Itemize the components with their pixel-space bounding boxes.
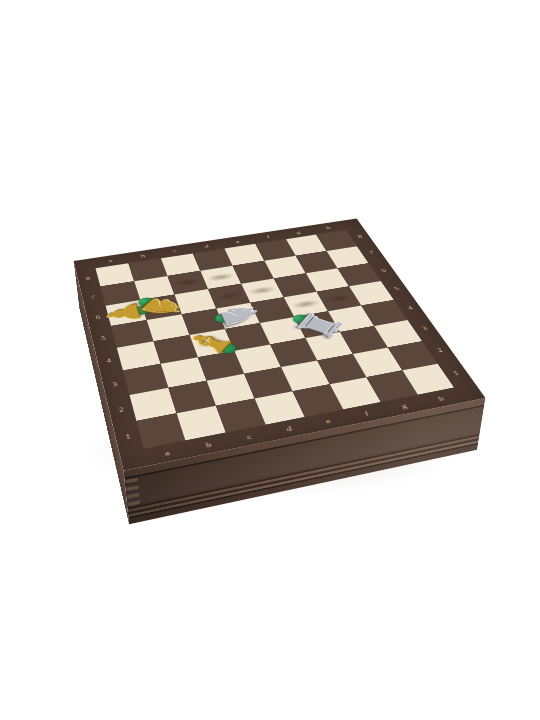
gold-king-glyph: ♚ xyxy=(202,238,255,298)
finger-joints xyxy=(126,478,140,507)
file-label-h-front: h xyxy=(437,395,446,402)
rank-label-7-left: 7 xyxy=(90,295,96,301)
square-h1 xyxy=(402,364,454,395)
square-e3 xyxy=(270,338,317,367)
rank-label-6-right: 6 xyxy=(380,268,387,273)
rank-label-1-left: 1 xyxy=(125,433,132,441)
file-label-d-front: d xyxy=(285,425,293,433)
file-label-a-front: a xyxy=(164,449,171,457)
rank-label-2-right: 2 xyxy=(436,347,444,353)
silver-queen-glyph: ♛ xyxy=(282,254,329,307)
file-label-b-back: b xyxy=(140,253,146,258)
rank-label-7-right: 7 xyxy=(368,251,375,256)
rank-label-3-right: 3 xyxy=(421,326,429,332)
file-label-c-front: c xyxy=(246,433,253,441)
rank-label-4-left: 4 xyxy=(106,358,112,365)
rank-label-8-right: 8 xyxy=(357,234,364,239)
rank-label-8-left: 8 xyxy=(85,276,90,281)
file-label-f-front: f xyxy=(363,410,370,417)
square-a1 xyxy=(136,413,185,448)
rank-label-5-left: 5 xyxy=(100,335,106,341)
square-d3 xyxy=(234,344,281,373)
square-f2 xyxy=(317,354,366,384)
rank-label-4-right: 4 xyxy=(407,305,415,311)
chess-box-scene: aabbccddeeffgghh1122334455667788♜♟♚♟♞♝♚♛… xyxy=(95,158,425,488)
file-label-e-front: e xyxy=(324,417,332,425)
file-label-h-back: h xyxy=(325,225,331,229)
file-label-a-back: a xyxy=(108,258,113,263)
square-b1 xyxy=(177,406,226,441)
rank-label-2-left: 2 xyxy=(118,406,125,413)
square-c1 xyxy=(216,398,266,432)
file-label-g-back: g xyxy=(295,230,301,235)
rank-label-3-left: 3 xyxy=(112,381,118,388)
file-label-g-front: g xyxy=(400,402,409,409)
rank-label-1-right: 1 xyxy=(452,370,461,377)
file-label-b-front: b xyxy=(205,441,213,449)
product-photo: 8/2RP4/PN1Kk3/3n1qn1/2B5/8/8/8 w - - 0 1… xyxy=(0,0,540,720)
rank-label-5-right: 5 xyxy=(393,286,400,291)
chess-casket: aabbccddeeffgghh1122334455667788♜♟♚♟♞♝♚♛… xyxy=(74,218,486,470)
